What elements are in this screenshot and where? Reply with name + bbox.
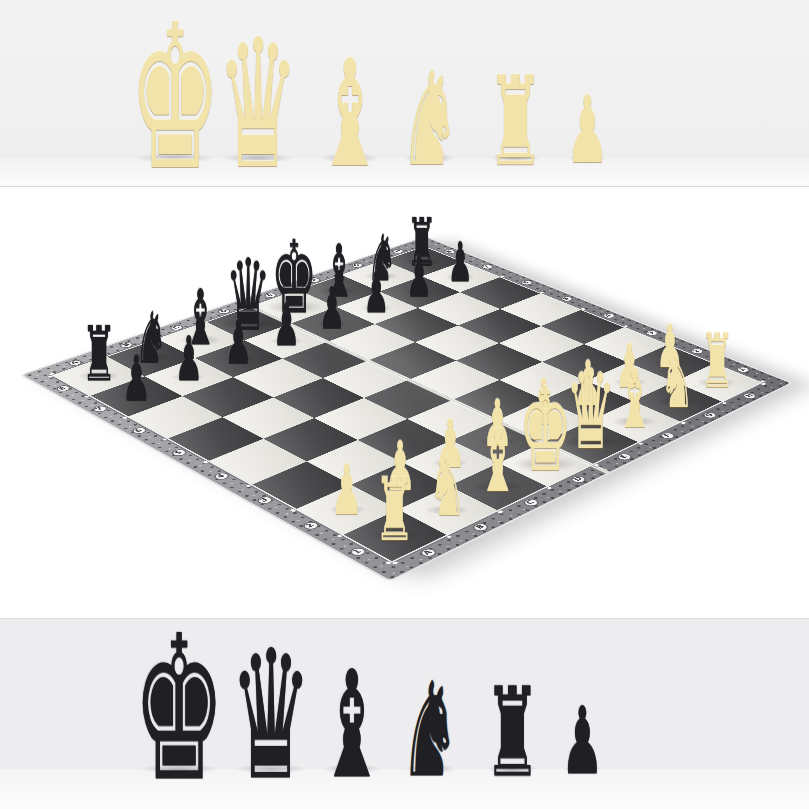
file-label-d-near: D [568,474,588,484]
border-dot [721,402,727,405]
piece-shadow [563,764,600,774]
border-dot [497,510,504,513]
chess-board: AA88BB77CC66DD55EE44FF33GG22HH11 [23,237,790,580]
piece-shadow [320,153,379,163]
file-label-g-near: G [700,411,719,420]
border-dot [680,422,686,425]
rank-label-4-left: 4 [211,471,232,481]
file-label-f-near: F [658,431,677,440]
piece-shadow [235,764,306,774]
border-dot [392,561,399,565]
piece-shadow [135,153,215,163]
border-dot [202,461,208,464]
piece-shadow [404,153,456,163]
border-dot [122,416,128,419]
border-dot [761,383,767,386]
rank-label-6-left: 6 [129,426,149,435]
board-grid [54,247,760,561]
border-dot [336,534,343,537]
file-label-a-near: A [417,547,439,558]
piece-shadow [568,153,605,163]
rank-label-1-left: 1 [347,547,369,558]
tray-floor [0,769,809,809]
piece-shadow [404,764,456,774]
rank-label-5-left: 5 [169,448,189,457]
file-label-b-near: B [470,522,491,533]
rank-label-2-left: 2 [300,520,321,531]
rank-label-7-left: 7 [90,405,109,414]
file-label-e-near: E [614,452,634,461]
piece-shadow [139,764,219,774]
border-dot [638,442,644,445]
tray-floor [0,158,809,186]
piece-shadow [322,764,381,774]
rank-label-3-left: 3 [254,495,275,505]
black-pieces-tray: ♚♚♛♛♝♝♞♞♜♜♟♟ [0,618,809,809]
white-pieces-tray: ♚♚♛♛♝♝♞♞♜♜♟♟ [0,0,809,187]
piece-shadow [487,764,536,774]
border-dot [446,535,453,538]
chess-set-photo-scene: ♚♚♛♛♝♝♞♞♜♜♟♟ AA88BB77CC66DD55EE44FF33GG2… [0,0,809,809]
border-dot [84,395,90,398]
file-label-c-near: C [520,497,541,507]
rank-label-8-left: 8 [53,384,72,392]
border-dot [385,561,392,565]
border-dot [245,484,252,487]
file-label-h-near: H [740,391,758,399]
border-dot [290,509,297,512]
piece-shadow [222,153,293,163]
border-dot [546,486,552,489]
piece-shadow [490,153,539,163]
border-dot [161,438,167,441]
border-dot [47,375,53,378]
